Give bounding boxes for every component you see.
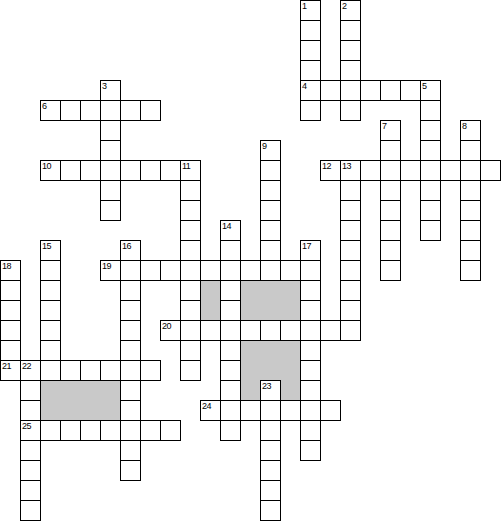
cell-r18c3[interactable] xyxy=(60,360,81,381)
cell-r11c11[interactable]: 14 xyxy=(220,220,241,241)
cell-r13c5[interactable]: 19 xyxy=(100,260,121,281)
cell-r8c7[interactable] xyxy=(140,160,161,181)
cell-r17c0[interactable] xyxy=(0,340,21,361)
cell-r8c21[interactable] xyxy=(420,160,441,181)
cell-r6c19[interactable]: 7 xyxy=(380,120,401,141)
cell-r17c11[interactable] xyxy=(220,340,241,361)
cell-r20c15[interactable] xyxy=(300,400,321,421)
clue-number-15: 15 xyxy=(42,241,51,251)
cell-r23c13[interactable] xyxy=(260,460,281,481)
clue-number-20: 20 xyxy=(162,321,171,331)
cell-r18c0[interactable]: 21 xyxy=(0,360,21,381)
cell-r1c15[interactable] xyxy=(300,20,321,41)
cell-r8c2[interactable]: 10 xyxy=(40,160,61,181)
cell-r5c17[interactable] xyxy=(340,100,361,121)
cell-r5c2[interactable]: 6 xyxy=(40,100,61,121)
cell-r19c6[interactable] xyxy=(120,380,141,401)
cell-r4c5[interactable]: 3 xyxy=(100,80,121,101)
clue-number-14: 14 xyxy=(222,221,231,231)
cell-r15c9[interactable] xyxy=(180,300,201,321)
cell-r23c6[interactable] xyxy=(120,460,141,481)
cell-r4c16[interactable] xyxy=(320,80,341,101)
cell-r15c2[interactable] xyxy=(40,300,61,321)
cell-r8c22[interactable] xyxy=(440,160,461,181)
cell-r12c6[interactable]: 16 xyxy=(120,240,141,261)
cell-r13c10[interactable] xyxy=(200,260,221,281)
clue-number-12: 12 xyxy=(322,161,331,171)
cell-r0c15[interactable]: 1 xyxy=(300,0,321,21)
cell-r12c19[interactable] xyxy=(380,240,401,261)
cell-r10c17[interactable] xyxy=(340,200,361,221)
cell-r19c15[interactable] xyxy=(300,380,321,401)
cell-r9c19[interactable] xyxy=(380,180,401,201)
cell-r24c1[interactable] xyxy=(20,480,41,501)
cell-r14c0[interactable] xyxy=(0,280,21,301)
cell-r16c0[interactable] xyxy=(0,320,21,341)
cell-r21c6[interactable] xyxy=(120,420,141,441)
cell-r4c15[interactable]: 4 xyxy=(300,80,321,101)
cell-r21c7[interactable] xyxy=(140,420,161,441)
cell-r6c23[interactable]: 8 xyxy=(460,120,481,141)
cell-r15c15[interactable] xyxy=(300,300,321,321)
cell-r18c6[interactable] xyxy=(120,360,141,381)
cell-r18c9[interactable] xyxy=(180,360,201,381)
cell-r21c5[interactable] xyxy=(100,420,121,441)
cell-r5c21[interactable] xyxy=(420,100,441,121)
clue-number-24: 24 xyxy=(202,401,211,411)
cell-r20c16[interactable] xyxy=(320,400,341,421)
clue-number-25: 25 xyxy=(22,421,31,431)
cell-r8c9[interactable]: 11 xyxy=(180,160,201,181)
cell-r7c21[interactable] xyxy=(420,140,441,161)
cell-r15c6[interactable] xyxy=(120,300,141,321)
cell-r5c7[interactable] xyxy=(140,100,161,121)
cell-r20c11[interactable] xyxy=(220,400,241,421)
cell-r10c9[interactable] xyxy=(180,200,201,221)
cell-r9c5[interactable] xyxy=(100,180,121,201)
clue-number-6: 6 xyxy=(42,101,47,111)
cell-r16c9[interactable] xyxy=(180,320,201,341)
cell-r14c15[interactable] xyxy=(300,280,321,301)
cell-r13c7[interactable] xyxy=(140,260,161,281)
clue-number-9: 9 xyxy=(262,141,267,151)
cell-r20c10[interactable]: 24 xyxy=(200,400,221,421)
cell-r7c13[interactable]: 9 xyxy=(260,140,281,161)
cell-r9c23[interactable] xyxy=(460,180,481,201)
cell-r4c21[interactable]: 5 xyxy=(420,80,441,101)
cell-r11c9[interactable] xyxy=(180,220,201,241)
cell-r16c16[interactable] xyxy=(320,320,341,341)
cell-r8c23[interactable] xyxy=(460,160,481,181)
cell-r8c3[interactable] xyxy=(60,160,81,181)
cell-r17c6[interactable] xyxy=(120,340,141,361)
cell-r13c2[interactable] xyxy=(40,260,61,281)
cell-r9c9[interactable] xyxy=(180,180,201,201)
cell-r11c17[interactable] xyxy=(340,220,361,241)
cell-r25c13[interactable] xyxy=(260,500,281,521)
clue-number-16: 16 xyxy=(122,241,131,251)
crossword-grid: 1234567891011121314151617181920212223242… xyxy=(0,0,501,521)
cell-r12c9[interactable] xyxy=(180,240,201,261)
cell-r18c4[interactable] xyxy=(80,360,101,381)
cell-r22c15[interactable] xyxy=(300,440,321,461)
cell-r12c2[interactable]: 15 xyxy=(40,240,61,261)
cell-r9c21[interactable] xyxy=(420,180,441,201)
cell-r21c1[interactable]: 25 xyxy=(20,420,41,441)
cell-r16c14[interactable] xyxy=(280,320,301,341)
cell-r6c21[interactable] xyxy=(420,120,441,141)
cell-r8c19[interactable] xyxy=(380,160,401,181)
cell-r13c12[interactable] xyxy=(240,260,261,281)
cell-r16c6[interactable] xyxy=(120,320,141,341)
cell-r12c15[interactable]: 17 xyxy=(300,240,321,261)
cells-layer: 1234567891011121314151617181920212223242… xyxy=(0,0,500,520)
cell-r13c6[interactable] xyxy=(120,260,141,281)
cell-r7c23[interactable] xyxy=(460,140,481,161)
cell-r24c13[interactable] xyxy=(260,480,281,501)
cell-r22c1[interactable] xyxy=(20,440,41,461)
cell-r18c1[interactable]: 22 xyxy=(20,360,41,381)
cell-r18c7[interactable] xyxy=(140,360,161,381)
cell-r13c8[interactable] xyxy=(160,260,181,281)
cell-r18c11[interactable] xyxy=(220,360,241,381)
cell-r8c8[interactable] xyxy=(160,160,181,181)
clue-number-7: 7 xyxy=(382,121,387,131)
cell-r12c11[interactable] xyxy=(220,240,241,261)
cell-r10c23[interactable] xyxy=(460,200,481,221)
cell-r8c20[interactable] xyxy=(400,160,421,181)
cell-r16c13[interactable] xyxy=(260,320,281,341)
cell-r17c15[interactable] xyxy=(300,340,321,361)
cell-r2c17[interactable] xyxy=(340,40,361,61)
cell-r7c5[interactable] xyxy=(100,140,121,161)
cell-r16c17[interactable] xyxy=(340,320,361,341)
cell-r14c17[interactable] xyxy=(340,280,361,301)
clue-number-1: 1 xyxy=(302,1,307,11)
cell-r4c17[interactable] xyxy=(340,80,361,101)
cell-r16c12[interactable] xyxy=(240,320,261,341)
cell-r21c8[interactable] xyxy=(160,420,181,441)
cell-r9c13[interactable] xyxy=(260,180,281,201)
cell-r21c2[interactable] xyxy=(40,420,61,441)
clue-number-3: 3 xyxy=(102,81,107,91)
cell-r21c15[interactable] xyxy=(300,420,321,441)
cell-r23c1[interactable] xyxy=(20,460,41,481)
clue-number-10: 10 xyxy=(42,161,51,171)
cell-r5c15[interactable] xyxy=(300,100,321,121)
cell-r1c17[interactable] xyxy=(340,20,361,41)
cell-r21c4[interactable] xyxy=(80,420,101,441)
cell-r13c13[interactable] xyxy=(260,260,281,281)
cell-r14c6[interactable] xyxy=(120,280,141,301)
clue-number-2: 2 xyxy=(342,1,347,11)
cell-r16c11[interactable] xyxy=(220,320,241,341)
cell-r13c17[interactable] xyxy=(340,260,361,281)
cell-r14c2[interactable] xyxy=(40,280,61,301)
cell-r11c23[interactable] xyxy=(460,220,481,241)
cell-r10c19[interactable] xyxy=(380,200,401,221)
cell-r13c11[interactable] xyxy=(220,260,241,281)
clue-number-18: 18 xyxy=(2,261,11,271)
cell-r22c6[interactable] xyxy=(120,440,141,461)
cell-r11c19[interactable] xyxy=(380,220,401,241)
cell-r12c13[interactable] xyxy=(260,240,281,261)
cell-r14c9[interactable] xyxy=(180,280,201,301)
cell-r21c13[interactable] xyxy=(260,420,281,441)
cell-r8c13[interactable] xyxy=(260,160,281,181)
cell-r14c11[interactable] xyxy=(220,280,241,301)
cell-r19c11[interactable] xyxy=(220,380,241,401)
cell-r10c13[interactable] xyxy=(260,200,281,221)
clue-number-8: 8 xyxy=(462,121,467,131)
clue-number-4: 4 xyxy=(302,81,307,91)
clue-number-21: 21 xyxy=(2,361,11,371)
cell-r16c15[interactable] xyxy=(300,320,321,341)
cell-r16c2[interactable] xyxy=(40,320,61,341)
cell-r13c14[interactable] xyxy=(280,260,301,281)
cell-r13c23[interactable] xyxy=(460,260,481,281)
cell-r5c4[interactable] xyxy=(80,100,101,121)
cell-r21c11[interactable] xyxy=(220,420,241,441)
cell-r20c1[interactable] xyxy=(20,400,41,421)
clue-number-11: 11 xyxy=(182,161,190,171)
cell-r18c5[interactable] xyxy=(100,360,121,381)
clue-number-17: 17 xyxy=(302,241,311,251)
cell-r3c15[interactable] xyxy=(300,60,321,81)
cell-r4c19[interactable] xyxy=(380,80,401,101)
cell-r15c11[interactable] xyxy=(220,300,241,321)
cell-r13c9[interactable] xyxy=(180,260,201,281)
cell-r16c10[interactable] xyxy=(200,320,221,341)
cell-r2c15[interactable] xyxy=(300,40,321,61)
cell-r12c17[interactable] xyxy=(340,240,361,261)
cell-r10c21[interactable] xyxy=(420,200,441,221)
cell-r22c13[interactable] xyxy=(260,440,281,461)
cell-r13c15[interactable] xyxy=(300,260,321,281)
clue-number-23: 23 xyxy=(262,381,271,391)
cell-r25c1[interactable] xyxy=(20,500,41,521)
cell-r20c6[interactable] xyxy=(120,400,141,421)
cell-r11c21[interactable] xyxy=(420,220,441,241)
cell-r5c6[interactable] xyxy=(120,100,141,121)
cell-r21c3[interactable] xyxy=(60,420,81,441)
cell-r9c17[interactable] xyxy=(340,180,361,201)
cell-r13c19[interactable] xyxy=(380,260,401,281)
cell-r16c8[interactable]: 20 xyxy=(160,320,181,341)
cell-r8c18[interactable] xyxy=(360,160,381,181)
clue-number-13: 13 xyxy=(342,161,351,171)
cell-r12c23[interactable] xyxy=(460,240,481,261)
clue-number-22: 22 xyxy=(22,361,31,371)
cell-r8c4[interactable] xyxy=(80,160,101,181)
cell-r15c17[interactable] xyxy=(340,300,361,321)
clue-number-5: 5 xyxy=(422,81,427,91)
cell-r20c13[interactable] xyxy=(260,400,281,421)
cell-r18c2[interactable] xyxy=(40,360,61,381)
cell-r5c3[interactable] xyxy=(60,100,81,121)
cell-r18c15[interactable] xyxy=(300,360,321,381)
cell-r0c17[interactable]: 2 xyxy=(340,0,361,21)
cell-r5c5[interactable] xyxy=(100,100,121,121)
clue-number-19: 19 xyxy=(102,261,111,271)
cell-r3c17[interactable] xyxy=(340,60,361,81)
cell-r13c0[interactable]: 18 xyxy=(0,260,21,281)
cell-r4c20[interactable] xyxy=(400,80,421,101)
cell-r17c9[interactable] xyxy=(180,340,201,361)
cell-r17c2[interactable] xyxy=(40,340,61,361)
cell-r20c14[interactable] xyxy=(280,400,301,421)
cell-r19c13[interactable]: 23 xyxy=(260,380,281,401)
cell-r15c0[interactable] xyxy=(0,300,21,321)
cell-r6c5[interactable] xyxy=(100,120,121,141)
cell-r11c13[interactable] xyxy=(260,220,281,241)
cell-r8c24[interactable] xyxy=(480,160,501,181)
cell-r10c5[interactable] xyxy=(100,200,121,221)
cell-r19c1[interactable] xyxy=(20,380,41,401)
cell-r8c16[interactable]: 12 xyxy=(320,160,341,181)
cell-r8c6[interactable] xyxy=(120,160,141,181)
cell-r4c18[interactable] xyxy=(360,80,381,101)
cell-r8c5[interactable] xyxy=(100,160,121,181)
cell-r7c19[interactable] xyxy=(380,140,401,161)
cell-r8c17[interactable]: 13 xyxy=(340,160,361,181)
cell-r20c12[interactable] xyxy=(240,400,261,421)
